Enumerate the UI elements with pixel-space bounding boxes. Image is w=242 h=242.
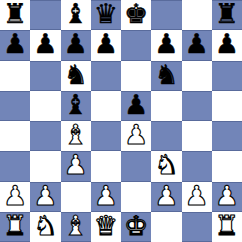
square-e5[interactable]: ♟ — [121, 91, 151, 121]
square-f6[interactable]: ♞ — [151, 61, 181, 91]
square-d2[interactable]: ♟ — [91, 182, 121, 212]
square-b2[interactable]: ♟ — [30, 182, 60, 212]
square-d3[interactable] — [91, 151, 121, 181]
white-pawn-d2: ♟ — [94, 182, 118, 211]
square-e3[interactable] — [121, 151, 151, 181]
square-g3[interactable] — [182, 151, 212, 181]
square-g1[interactable] — [182, 212, 212, 242]
square-c8[interactable]: ♝ — [61, 0, 91, 30]
square-b3[interactable] — [30, 151, 60, 181]
square-h4[interactable] — [212, 121, 242, 151]
black-bishop-c8: ♝ — [64, 0, 88, 29]
square-e1[interactable]: ♚ — [121, 212, 151, 242]
black-pawn-e5: ♟ — [124, 91, 148, 120]
square-a2[interactable]: ♟ — [0, 182, 30, 212]
square-c4[interactable]: ♝ — [61, 121, 91, 151]
black-pawn-f7: ♟ — [154, 30, 178, 59]
square-f4[interactable] — [151, 121, 181, 151]
square-e4[interactable]: ♟ — [121, 121, 151, 151]
white-rook-h1: ♜ — [215, 212, 239, 241]
black-pawn-a7: ♟ — [3, 30, 27, 59]
white-pawn-h2: ♟ — [215, 182, 239, 211]
white-bishop-c1: ♝ — [64, 212, 88, 241]
black-knight-c6: ♞ — [64, 61, 88, 90]
white-knight-f3: ♞ — [154, 151, 178, 180]
white-knight-b1: ♞ — [33, 212, 57, 241]
square-c1[interactable]: ♝ — [61, 212, 91, 242]
white-pawn-c3: ♟ — [64, 151, 88, 180]
square-b4[interactable] — [30, 121, 60, 151]
square-f3[interactable]: ♞ — [151, 151, 181, 181]
square-g8[interactable] — [182, 0, 212, 30]
square-d6[interactable] — [91, 61, 121, 91]
square-b6[interactable] — [30, 61, 60, 91]
white-queen-d1: ♛ — [94, 212, 118, 241]
black-bishop-c5: ♝ — [64, 91, 88, 120]
square-h2[interactable]: ♟ — [212, 182, 242, 212]
square-c3[interactable]: ♟ — [61, 151, 91, 181]
square-b7[interactable]: ♟ — [30, 30, 60, 60]
square-f5[interactable] — [151, 91, 181, 121]
black-pawn-c7: ♟ — [64, 30, 88, 59]
square-g7[interactable]: ♟ — [182, 30, 212, 60]
square-c2[interactable] — [61, 182, 91, 212]
square-c7[interactable]: ♟ — [61, 30, 91, 60]
square-d1[interactable]: ♛ — [91, 212, 121, 242]
white-pawn-a2: ♟ — [3, 182, 27, 211]
square-a7[interactable]: ♟ — [0, 30, 30, 60]
white-pawn-b2: ♟ — [33, 182, 57, 211]
square-h6[interactable] — [212, 61, 242, 91]
white-pawn-g2: ♟ — [185, 182, 209, 211]
square-f2[interactable]: ♟ — [151, 182, 181, 212]
square-d4[interactable] — [91, 121, 121, 151]
square-h7[interactable]: ♟ — [212, 30, 242, 60]
square-a3[interactable] — [0, 151, 30, 181]
white-bishop-c4: ♝ — [64, 121, 88, 150]
square-e7[interactable] — [121, 30, 151, 60]
square-f1[interactable] — [151, 212, 181, 242]
square-e2[interactable] — [121, 182, 151, 212]
square-d8[interactable]: ♛ — [91, 0, 121, 30]
white-rook-a1: ♜ — [3, 212, 27, 241]
square-b1[interactable]: ♞ — [30, 212, 60, 242]
square-a8[interactable]: ♜ — [0, 0, 30, 30]
square-g2[interactable]: ♟ — [182, 182, 212, 212]
square-c6[interactable]: ♞ — [61, 61, 91, 91]
square-g5[interactable] — [182, 91, 212, 121]
square-f7[interactable]: ♟ — [151, 30, 181, 60]
black-knight-f6: ♞ — [154, 61, 178, 90]
square-h1[interactable]: ♜ — [212, 212, 242, 242]
square-f8[interactable] — [151, 0, 181, 30]
square-g4[interactable] — [182, 121, 212, 151]
black-pawn-d7: ♟ — [94, 30, 118, 59]
square-h5[interactable] — [212, 91, 242, 121]
white-king-e1: ♚ — [124, 212, 148, 241]
square-c5[interactable]: ♝ — [61, 91, 91, 121]
black-rook-a8: ♜ — [3, 0, 27, 29]
white-pawn-f2: ♟ — [154, 182, 178, 211]
black-pawn-g7: ♟ — [185, 30, 209, 59]
square-b8[interactable] — [30, 0, 60, 30]
square-a1[interactable]: ♜ — [0, 212, 30, 242]
square-h8[interactable]: ♜ — [212, 0, 242, 30]
square-h3[interactable] — [212, 151, 242, 181]
square-a6[interactable] — [0, 61, 30, 91]
square-a5[interactable] — [0, 91, 30, 121]
square-d5[interactable] — [91, 91, 121, 121]
black-pawn-b7: ♟ — [33, 30, 57, 59]
black-rook-h8: ♜ — [215, 0, 239, 29]
chess-board: ♜♝♛♚♜♟♟♟♟♟♟♟♞♞♝♟♝♟♟♞♟♟♟♟♟♟♜♞♝♛♚♜ — [0, 0, 242, 242]
square-a4[interactable] — [0, 121, 30, 151]
white-pawn-e4: ♟ — [124, 121, 148, 150]
black-queen-d8: ♛ — [94, 0, 118, 29]
black-king-e8: ♚ — [124, 0, 148, 29]
black-pawn-h7: ♟ — [215, 30, 239, 59]
square-e6[interactable] — [121, 61, 151, 91]
square-g6[interactable] — [182, 61, 212, 91]
square-b5[interactable] — [30, 91, 60, 121]
square-e8[interactable]: ♚ — [121, 0, 151, 30]
square-d7[interactable]: ♟ — [91, 30, 121, 60]
